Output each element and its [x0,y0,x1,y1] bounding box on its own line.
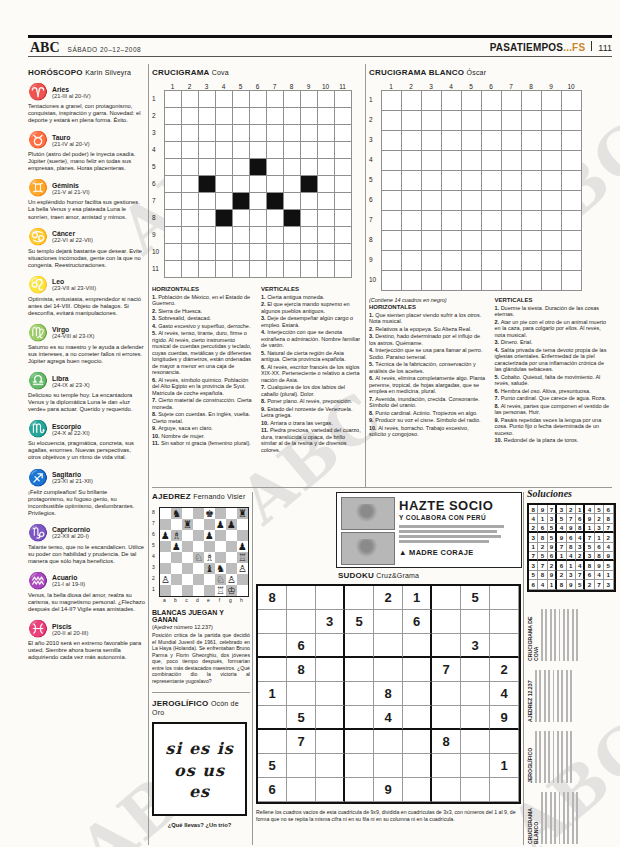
chess-square [204,519,215,530]
col-label: 3 [421,83,441,90]
row-label: 2 [369,110,381,130]
col-label: 6 [249,83,266,90]
text-line [548,669,550,721]
clue: 6. Hembra del oso. Altiva, presuntuosa. [495,388,613,394]
xword-cell [182,108,198,124]
xword-cell [562,251,581,270]
xword-cell [250,125,266,141]
text-line [535,669,537,721]
xword-cell [335,210,351,226]
xword-cell [482,271,501,290]
horoscope-sign: ♏Escorpio(24-X al 22-XI)Su elocuencia, p… [28,420,145,461]
chess-piece-b: ♝ [204,563,215,574]
chess-piece-P: ♙ [160,574,171,585]
xword-cell [301,108,317,124]
col-label: 2 [181,83,198,90]
ad-brand: ▲ MADRE CORAJE [399,548,517,557]
sign-header: ♋Cáncer(22-VI al 22-VII) [28,228,145,246]
sudoku-cell: 1 [604,571,613,580]
xword-cell [382,251,401,270]
xword-cell [562,131,581,150]
xword-cell [284,108,300,124]
row-label: 3 [152,124,164,141]
xword-cell [267,227,283,243]
sign-header: ♒Acuario(21-I al 19-II) [28,572,145,590]
xword-cell [402,191,421,210]
file-label: e [203,597,214,603]
chess-square [171,563,182,574]
rank-label: 2 [152,573,159,584]
col-label: 4 [215,83,232,90]
xword-cell [442,271,461,290]
chess-board-wrap: 87654321 ♞♚♜♜♟♟♟♗♟♟♟♘♗♖♝♞♙♙♘♙♖♔ [152,507,250,597]
xword-cell [182,142,198,158]
chess-square [182,574,193,585]
xword-cell [216,108,232,124]
xword-cell [301,142,317,158]
madre-coraje-ad: HAZTE SOCIO Y COLABORA CON PERÚ ▲ MADRE … [336,492,522,568]
row-label: 5 [152,158,164,175]
sudoku-cell: 6 [585,571,594,580]
sign-header: ♌Leo(23-VII al 23-VIII) [28,276,145,294]
rank-label: 4 [152,551,159,562]
sudoku-solution-grid: 8973214564135769282654981373859647121297… [527,503,616,592]
sign-dates: (23-XI al 21-XII) [52,478,93,484]
sign-text: Delicioso su temple hoy. La encantadora … [28,392,145,413]
text-line [559,791,561,843]
sign-name-block: Géminis(21-V al 21-VI) [52,182,90,195]
chess-body: Posición crítica de la partida que decid… [152,632,250,684]
xword-cell [284,227,300,243]
xword-cells [381,90,582,291]
sudoku-cell: 4 [529,514,538,523]
xword-cell [233,108,249,124]
sudoku-empty-cell [461,730,490,754]
sudoku-cell: 7 [287,730,316,754]
chess-square [171,519,182,530]
sudoku-cell: 8 [604,514,613,523]
sudoku-empty-cell [345,682,374,706]
sudoku-cell: 5 [595,505,604,514]
sudoku-cell: 3 [548,514,557,523]
zodiac-icon: ♑ [28,524,52,542]
xword-cell [502,211,521,230]
col-label: 1 [381,83,401,90]
clue: 1. Duerme la siesta. Duración de las cos… [495,305,613,318]
sign-name: Libra [52,375,90,382]
sudoku-empty-cell [490,634,519,658]
xword-cell [442,131,461,150]
divider [252,492,253,845]
solution-block: CRUCIGRAMA BLANCO [527,783,613,844]
sudoku-cell: 8 [538,533,547,542]
sign-name-block: Sagitario(23-XI al 21-XII) [52,471,93,484]
horoscope-section: HORÓSCOPO Karin Silveyra ♈Aries(21-III a… [28,68,145,668]
chess-piece-K: ♔ [226,585,237,596]
xword-cell [165,227,181,243]
chess-square [182,563,193,574]
xword-cell [422,171,441,190]
sudoku-cell: 1 [490,754,519,778]
sudoku-empty-cell [258,658,287,682]
xword-cell [165,193,181,209]
sign-name: Cáncer [52,230,93,237]
xword-cell [233,125,249,141]
jeroglifico-section: JEROGLÍFICO Ocón de Oro si es is os us e… [152,699,250,828]
xword-cell [165,142,181,158]
xword-cell [382,231,401,250]
xword-cell [522,111,541,130]
clue: 6. Al revés, elimina completamente algo.… [369,375,487,394]
xword-col-labels: 1234567891011 [164,83,362,90]
sudoku-empty-cell [345,586,374,610]
xword-cell [165,244,181,260]
sudoku-empty-cell [345,778,374,802]
row-label: 9 [369,250,381,270]
clue: 1. Población de México, en el Estado de … [152,294,253,307]
xword-cell [402,231,421,250]
xword-cell [199,108,215,124]
sign-name-block: Aries(21-III al 20-IV) [52,86,91,99]
xword-body: 1234567891011 [152,90,362,278]
clues-title: HORIZONTALES [152,286,253,292]
sudoku-cell: 5 [557,514,566,523]
clue: 7. Avenida, inundación, crecida. Consona… [369,396,487,409]
text-line [550,791,552,843]
xword-cell [216,159,232,175]
chess-square [237,519,248,530]
sudoku-grid: 821535663872184549785169 [256,584,521,804]
xword-cell [522,271,541,290]
sign-dates: (24-VIII al 23-IX) [52,333,95,339]
row-label: 10 [152,243,164,260]
xword-cell [284,159,300,175]
clue: 2. Sierra de Huesca. [152,308,253,314]
section-title: PASATIEMPOS...FS [490,42,586,53]
row-label: 3 [369,130,381,150]
sign-text: Tentaciones a granel, con protagonismo, … [28,103,145,124]
sudoku-cell: 1 [538,514,547,523]
clue: 5. Al revés, tenso, tirante, duro, firme… [152,330,253,375]
chess-square [226,563,237,574]
chess-square [237,530,248,541]
sudoku-cell: 6 [548,552,557,561]
clue: 2. Atar un pie con el otro de un animal … [495,319,613,338]
sudoku-cell: 8 [258,586,287,610]
sudoku-cell: 3 [529,561,538,570]
xword-cell [216,244,232,260]
xword-cell [250,108,266,124]
clue: 7. Cualquiera de los dos labios del caba… [261,384,362,397]
sudoku-cell: 9 [567,524,576,533]
sudoku-empty-cell [287,778,316,802]
chess-piece-p: ♟ [204,530,215,541]
soluciones-section: Soluciones 89732145641357692826549813738… [527,488,613,844]
chess-square [204,585,215,596]
sudoku-empty-cell [403,778,432,802]
clue: 1. Cierta antigua moneda. [261,294,362,300]
col-label: 9 [541,83,561,90]
clue: 3. Deje de desempeñar algún cargo o empl… [261,315,362,328]
zodiac-icon: ♊ [28,179,52,197]
chess-square [226,508,237,519]
ad-text: HAZTE SOCIO Y COLABORA CON PERÚ ▲ MADRE … [399,499,517,557]
sudoku-cell: 9 [490,706,519,730]
xword-cell [502,131,521,150]
xword-cell [165,159,181,175]
xword-cell [335,125,351,141]
xword-cell [462,271,481,290]
sudoku-cell: 5 [576,580,585,589]
xword-cell [216,227,232,243]
chess-piece-N: ♘ [215,574,226,585]
text-line [567,608,569,660]
xword-cell [199,244,215,260]
text-line [559,608,561,660]
sign-header: ♍Virgo(24-VIII al 23-IX) [28,324,145,342]
xword-cell [542,111,561,130]
clues-title: VERTICALES [261,286,362,292]
xword-cell [422,131,441,150]
sudoku-cell: 8 [585,561,594,570]
sudoku-cell: 6 [287,634,316,658]
col-label: 3 [198,83,215,90]
chess-square [193,508,204,519]
sudoku-cell: 5 [529,571,538,580]
sign-header: ♈Aries(21-III al 20-IV) [28,83,145,101]
sudoku-cell: 3 [557,505,566,514]
sign-name-block: Escorpio(24-X al 22-XI) [52,423,90,436]
chess-author: Fernando Visier [193,493,245,500]
text-line [554,608,556,660]
xword-cell [502,191,521,210]
sudoku-cell: 1 [529,543,538,552]
sudoku-cell: 1 [567,561,576,570]
sudoku-cell: 4 [576,561,585,570]
xword-cell [199,91,215,107]
sign-text: Su elocuencia, pragmática, concreta, sus… [28,440,145,461]
sudoku-cell: 3 [461,634,490,658]
ad-photo [341,532,395,565]
sudoku-cell: 1 [595,533,604,542]
xword-cell [502,251,521,270]
xword-cell [522,251,541,270]
horoscope-sign: ♉Tauro(21-IV al 20-V)Plutón (astro del p… [28,131,145,172]
xword-cell [562,271,581,290]
crucigrama-blanco-section: CRUCIGRAMA BLANCO Óscar 1234567891012345… [369,68,612,469]
black-cell [233,193,249,209]
chess-square [182,508,193,519]
xword-cell [462,171,481,190]
row-label: 8 [152,209,164,226]
xword-cell [182,244,198,260]
file-label: f [214,597,225,603]
header-rule-thick [28,35,612,38]
rank-label: 1 [152,584,159,595]
clue: 6. Al revés, símbolo químico. Población … [152,377,253,396]
xword-col-labels: 12345678910 [381,83,612,90]
xword-cell [562,91,581,110]
chess-square [226,541,237,552]
text-line [557,730,559,782]
xword-cell [542,271,561,290]
xword-cell [522,231,541,250]
clue: 4. Gasto excesivo y superfluo, derroche. [152,323,253,329]
sudoku-cell: 4 [595,571,604,580]
xword-cell [284,176,300,192]
xword-cell [482,251,501,270]
chess-square [215,508,226,519]
sign-name-block: Virgo(24-VIII al 23-IX) [52,326,95,339]
sudoku-empty-cell [461,682,490,706]
chess-square [160,552,171,563]
solution-block: JEROGLÍFICO [527,722,613,783]
chess-square [171,585,182,596]
chess-piece-p: ♟ [171,541,182,552]
row-label: 7 [369,210,381,230]
horoscope-sign: ♌Leo(23-VII al 23-VIII)Optimista, entusi… [28,276,145,317]
text-line [557,669,559,721]
xword-cell [318,108,334,124]
xword-cell [482,231,501,250]
clue: 4. Salita privada de tema devoto propia … [495,347,613,373]
xword-cell [442,231,461,250]
sudoku-cell: 3 [595,524,604,533]
clue: 5. Técnica de la fabricación, conservaci… [369,361,487,374]
xword-cell [250,142,266,158]
chess-piece-r: ♜ [182,519,193,530]
zodiac-icon: ♈ [28,83,52,101]
horoscope-title: HORÓSCOPO Karin Silveyra [28,68,145,77]
row-label: 2 [152,107,164,124]
date-label: SÁBADO 20–12–2008 [68,46,142,53]
zodiac-icon: ♌ [28,276,52,294]
xword-cell [382,191,401,210]
sudoku-empty-cell [374,730,403,754]
col-label: 10 [561,83,581,90]
chess-piece-B: ♗ [171,530,182,541]
sign-text: Optimista, entusiasta, emprendedor si na… [28,296,145,317]
xword-cell [233,176,249,192]
xword-cell [502,111,521,130]
xword-cell [318,210,334,226]
chess-heading: BLANCAS JUEGAN Y GANAN [152,609,250,623]
divider [523,492,524,845]
chess-piece-P: ♙ [226,574,237,585]
sudoku-cell: 6 [604,505,613,514]
col-label: 10 [317,83,334,90]
col-label: 5 [461,83,481,90]
xword-cell [199,125,215,141]
xword-cell [267,125,283,141]
clue: 8. Sujete con cuerdas. En inglés, vuelta… [152,411,253,424]
sudoku-empty-cell [403,658,432,682]
sudoku-empty-cell [258,634,287,658]
xword-cell [382,91,401,110]
chess-rank-labels: 87654321 [152,507,159,597]
text-line [561,669,563,721]
sudoku-cell: 8 [557,580,566,589]
sudoku-cell: 6 [529,580,538,589]
chess-square [215,530,226,541]
text-line [544,669,546,721]
sudoku-cell: 2 [557,571,566,580]
xword-cell [250,210,266,226]
xword-cell [216,142,232,158]
horoscope-sign: ♋Cáncer(22-VI al 22-VII)Su templo dejará… [28,228,145,269]
xword-cell [250,244,266,260]
horoscope-sign: ♐Sagitario(23-XI al 21-XII)¡Feliz cumple… [28,469,145,517]
xword-cell [462,251,481,270]
xword-cell [482,151,501,170]
chess-piece-p: ♟ [237,541,248,552]
col-label: 7 [266,83,283,90]
xword-cell [267,261,283,277]
sudoku-empty-cell [287,610,316,634]
col-label: 8 [521,83,541,90]
xword-cell [442,91,461,110]
clue: 9. Arguye, saca en claro. [152,425,253,431]
xword-cell [165,108,181,124]
clue: 4. Interjección con que se denota extrañ… [261,329,362,348]
xword-cell [402,131,421,150]
xword-cell [182,159,198,175]
xword-cell [335,193,351,209]
chess-square [193,574,204,585]
xword-cell [442,251,461,270]
sudoku-cell: 2 [576,552,585,561]
crucigrama-horizontales: HORIZONTALES 1. Población de México, en … [152,286,253,464]
sign-text: Su templo dejará bastante que desear. Ev… [28,248,145,269]
crucigrama-section: CRUCIGRAMA Cova 123456789101112345678910… [152,68,362,464]
chess-square [193,530,204,541]
xword-cell [216,176,232,192]
sudoku-cell: 7 [576,571,585,580]
xword-cell [482,131,501,150]
col-label: 6 [481,83,501,90]
sudoku-cell: 8 [595,552,604,561]
xword-cell [442,211,461,230]
chess-square [237,585,248,596]
sudoku-cell: 5 [548,533,557,542]
chess-square [182,530,193,541]
xword-cell [422,111,441,130]
sudoku-cell: 5 [345,610,374,634]
text-line [561,730,563,782]
xword-cell [502,171,521,190]
chess-square [182,552,193,563]
col-label: 9 [300,83,317,90]
clue: 9. Producir su voz el cisne. Símbolo del… [369,417,487,423]
xword-cell [482,91,501,110]
sign-dates: (21-IV al 20-V) [52,141,90,147]
chess-square [215,541,226,552]
xword-cell [335,91,351,107]
xword-cell [382,271,401,290]
chess-square [182,541,193,552]
xword-cell [382,151,401,170]
sudoku-cell: 6 [576,514,585,523]
clue: 7. Punto cardinal. Que carece de agua. R… [495,395,613,401]
xword-cell [301,159,317,175]
text-line [544,730,546,782]
solution-block-title: CRUCIGRAMA BLANCO [527,787,539,844]
xword-cell [318,176,334,192]
xword-row-labels: 1234567891011 [152,90,164,278]
jeroglifico-line: es [154,781,245,803]
xword-cell [402,251,421,270]
xword-cell [301,125,317,141]
